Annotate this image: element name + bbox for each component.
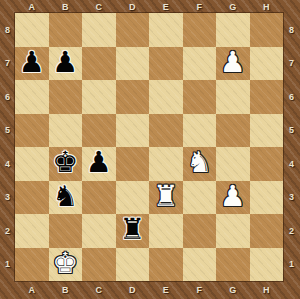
square-b1[interactable]: ♚ [49,248,83,282]
square-e3[interactable]: ♜ [149,181,183,215]
file-labels-top: ABCDEFGH [15,0,283,13]
square-a3[interactable] [15,181,49,215]
square-a5[interactable] [15,114,49,148]
square-h5[interactable] [250,114,284,148]
square-c8[interactable] [82,13,116,47]
square-c1[interactable] [82,248,116,282]
square-h4[interactable] [250,147,284,181]
square-d7[interactable] [116,47,150,81]
square-h8[interactable] [250,13,284,47]
square-h6[interactable] [250,80,284,114]
square-g2[interactable] [216,214,250,248]
file-label-b: B [49,281,83,299]
rank-label-1: 1 [0,248,15,282]
square-c3[interactable] [82,181,116,215]
square-f1[interactable] [183,248,217,282]
rank-label-4: 4 [283,147,300,181]
rank-label-5: 5 [0,114,15,148]
file-label-a: A [15,0,49,13]
rank-labels-right: 87654321 [283,13,300,281]
square-g3[interactable]: ♟ [216,181,250,215]
square-g8[interactable] [216,13,250,47]
file-label-d: D [116,0,150,13]
square-b5[interactable] [49,114,83,148]
square-d4[interactable] [116,147,150,181]
white-king-icon: ♚ [52,249,78,278]
square-d3[interactable] [116,181,150,215]
rank-labels-left: 87654321 [0,13,15,281]
rank-label-6: 6 [283,80,300,114]
square-g4[interactable] [216,147,250,181]
rank-label-4: 4 [0,147,15,181]
rank-label-3: 3 [283,181,300,215]
white-knight-icon: ♞ [186,148,212,177]
square-b7[interactable]: ♟ [49,47,83,81]
square-a7[interactable]: ♟ [15,47,49,81]
file-label-h: H [250,0,284,13]
square-b2[interactable] [49,214,83,248]
square-e7[interactable] [149,47,183,81]
square-f7[interactable] [183,47,217,81]
rank-label-3: 3 [0,181,15,215]
square-e5[interactable] [149,114,183,148]
file-labels-bottom: ABCDEFGH [15,281,283,299]
square-c4[interactable]: ♟ [82,147,116,181]
file-label-a: A [15,281,49,299]
file-label-e: E [149,281,183,299]
square-g7[interactable]: ♟ [216,47,250,81]
square-h3[interactable] [250,181,284,215]
square-e1[interactable] [149,248,183,282]
square-h7[interactable] [250,47,284,81]
black-knight-icon: ♞ [52,182,78,211]
file-label-d: D [116,281,150,299]
file-label-b: B [49,0,83,13]
square-g1[interactable] [216,248,250,282]
square-a6[interactable] [15,80,49,114]
black-pawn-icon: ♟ [52,48,78,77]
rank-label-1: 1 [283,248,300,282]
square-f4[interactable]: ♞ [183,147,217,181]
square-b3[interactable]: ♞ [49,181,83,215]
square-g6[interactable] [216,80,250,114]
rank-label-8: 8 [0,13,15,47]
square-b8[interactable] [49,13,83,47]
chess-diagram: ABCDEFGH ABCDEFGH 87654321 87654321 ♟♟♟♚… [0,0,300,299]
square-f5[interactable] [183,114,217,148]
white-pawn-icon: ♟ [220,182,246,211]
square-a8[interactable] [15,13,49,47]
square-e4[interactable] [149,147,183,181]
white-pawn-icon: ♟ [220,48,246,77]
square-d8[interactable] [116,13,150,47]
file-label-f: F [183,281,217,299]
file-label-e: E [149,0,183,13]
square-b4[interactable]: ♚ [49,147,83,181]
square-c2[interactable] [82,214,116,248]
square-c6[interactable] [82,80,116,114]
square-d6[interactable] [116,80,150,114]
square-d1[interactable] [116,248,150,282]
square-e8[interactable] [149,13,183,47]
black-pawn-icon: ♟ [19,48,45,77]
rank-label-2: 2 [283,214,300,248]
rank-label-5: 5 [283,114,300,148]
square-e2[interactable] [149,214,183,248]
square-b6[interactable] [49,80,83,114]
file-label-f: F [183,0,217,13]
square-a2[interactable] [15,214,49,248]
square-d5[interactable] [116,114,150,148]
square-d2[interactable]: ♜ [116,214,150,248]
square-h1[interactable] [250,248,284,282]
square-f3[interactable] [183,181,217,215]
chess-board: ♟♟♟♚♟♞♞♜♟♜♚ [15,13,283,281]
file-label-c: C [82,281,116,299]
black-king-icon: ♚ [52,148,78,177]
square-f8[interactable] [183,13,217,47]
file-label-g: G [216,281,250,299]
rank-label-8: 8 [283,13,300,47]
square-a1[interactable] [15,248,49,282]
square-c7[interactable] [82,47,116,81]
square-g5[interactable] [216,114,250,148]
square-e6[interactable] [149,80,183,114]
black-rook-icon: ♜ [119,215,145,244]
rank-label-6: 6 [0,80,15,114]
square-f6[interactable] [183,80,217,114]
square-f2[interactable] [183,214,217,248]
square-c5[interactable] [82,114,116,148]
rank-label-2: 2 [0,214,15,248]
white-rook-icon: ♜ [153,182,179,211]
black-pawn-icon: ♟ [86,148,112,177]
rank-label-7: 7 [283,47,300,81]
file-label-h: H [250,281,284,299]
file-label-c: C [82,0,116,13]
square-a4[interactable] [15,147,49,181]
file-label-g: G [216,0,250,13]
rank-label-7: 7 [0,47,15,81]
square-h2[interactable] [250,214,284,248]
